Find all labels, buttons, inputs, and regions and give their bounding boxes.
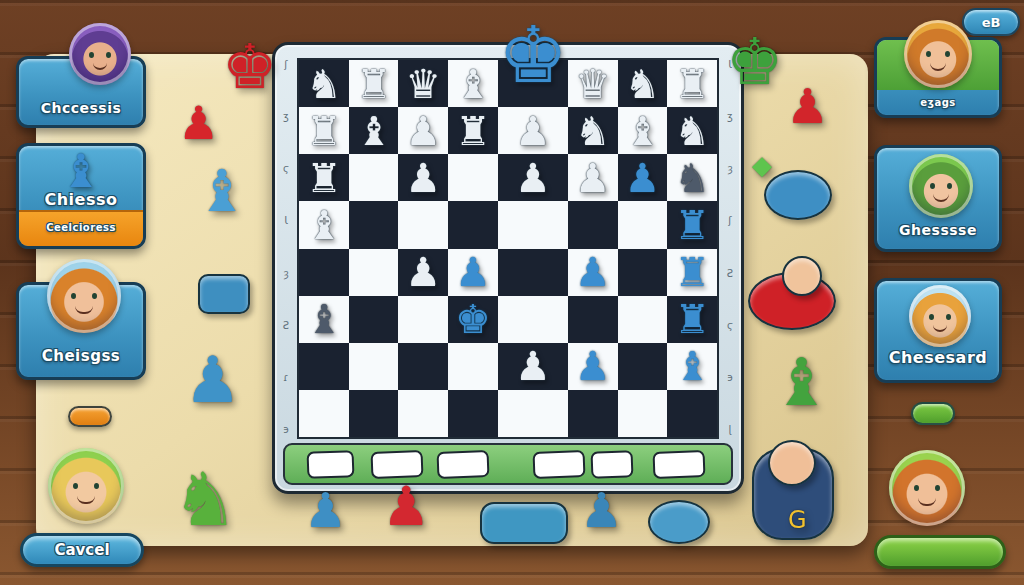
piece-gN-h6: ♞ [674,158,710,198]
square-d5[interactable] [448,201,498,248]
piece-wP-f6: ♟ [575,158,611,198]
navy-face-decor [768,440,816,486]
square-d1[interactable] [448,390,498,437]
avatar-eye [914,485,919,491]
right-card-3-label: Chesesard [877,348,999,367]
square-h5[interactable]: ♜ [667,201,717,248]
square-b1[interactable] [349,390,399,437]
board-grid: ♞♜♛♝♚♛♞♜♜♝♟♜♟♞♝♞♜♟♟♟♟♞♝♜♟♟♟♜♝♚♜♟♟♝ [297,58,719,439]
square-a4[interactable] [299,249,349,296]
piece-wB-g7: ♝ [624,111,660,151]
square-h3[interactable]: ♜ [667,296,717,343]
notation-strip-left: ʃʒϛƖȝƧɾ϶ [276,59,296,435]
piece-wR-a6: ♜ [306,158,342,198]
right-card-1-label: eʒags [877,97,999,108]
left-player-card-2[interactable]: ♝ Chiesso Ceelcioress [16,143,146,249]
square-f5[interactable] [568,201,618,248]
green-strip-blob [653,450,706,479]
green-strip-blob [533,450,586,479]
square-a6[interactable]: ♜ [299,154,349,201]
avatar-smile [77,496,95,504]
piece-uK-d3: ♚ [455,299,491,339]
piece-wP-e7: ♟ [515,111,551,151]
square-h6[interactable]: ♞ [667,154,717,201]
square-f7[interactable]: ♞ [568,107,618,154]
square-f1[interactable] [568,390,618,437]
square-b8[interactable]: ♜ [349,60,399,107]
piece-wN-f7: ♞ [575,111,611,151]
square-e1[interactable] [498,390,568,437]
square-h2[interactable]: ♝ [667,343,717,390]
chess-board: ʃʒϛƖȝƧɾ϶ ƖʒȝʃƧϛ϶ɭ ♞♜♛♝♚♛♞♜♜♝♟♜♟♞♝♞♜♟♟♟♟♞… [272,42,744,494]
piece-wR-d7: ♜ [455,111,491,151]
cancel-button-label: Cavcel [54,541,109,559]
cancel-button[interactable]: Cavcel [20,533,144,567]
blue-cube-decor [198,274,250,314]
square-e8[interactable]: ♚ [498,60,568,107]
avatar-eye [947,183,952,189]
square-e3[interactable] [498,296,568,343]
square-e5[interactable] [498,201,568,248]
square-d8[interactable]: ♝ [448,60,498,107]
right-player-card-2[interactable]: Ghesssse [874,145,1002,252]
square-a2[interactable] [299,343,349,390]
piece-wP-c7: ♟ [405,111,441,151]
avatar-eye [106,52,111,58]
right-card-2-label: Ghesssse [877,222,999,238]
left-card-2-label: Chiesso [19,190,143,209]
square-e6[interactable]: ♟ [498,154,568,201]
square-c5[interactable] [398,201,448,248]
blue-tray-button [480,502,568,544]
avatar-eye [945,51,950,57]
avatar-right-circle[interactable] [889,450,965,526]
square-e4[interactable] [498,249,568,296]
avatar-left-circle[interactable] [48,448,124,524]
piece-uR-h5: ♜ [674,205,710,245]
notation-strip-right: ƖʒȝʃƧϛ϶ɭ [720,59,740,435]
piece-wR-h8: ♜ [674,64,710,104]
square-g6[interactable]: ♟ [618,154,668,201]
avatar-smile [933,194,948,202]
avatar-eye [71,293,76,299]
square-a8[interactable]: ♞ [299,60,349,107]
notation-glyph: ɭ [729,424,732,435]
green-strip-blob [307,450,355,479]
square-g5[interactable] [618,201,668,248]
piece-uR-h3: ♜ [674,299,710,339]
piece-wP-c6: ♟ [405,158,441,198]
piece-wQ-f8: ♛ [575,64,611,104]
avatar-eye [92,293,97,299]
piece-wP-c4: ♟ [405,252,441,292]
notation-glyph: ʃ [728,215,731,226]
square-f2[interactable]: ♟ [568,343,618,390]
left-player-card-1[interactable]: Chccessis [16,56,146,128]
notation-glyph: ɾ [283,372,288,383]
notation-glyph: ʒ [283,111,289,122]
avatar-eye [930,183,935,189]
notation-glyph: Ɩ [284,215,288,226]
piece-wQ-c8: ♛ [405,64,441,104]
avatar-eye [73,483,78,489]
orange-pill-button[interactable] [68,406,112,427]
square-d4[interactable]: ♟ [448,249,498,296]
piece-wP-e6: ♟ [515,158,551,198]
avatar-smile [918,498,936,506]
square-f8[interactable]: ♛ [568,60,618,107]
green-strip-blob [371,450,424,479]
square-d7[interactable]: ♜ [448,107,498,154]
avatar-smile [933,324,948,332]
avatar-smile [75,306,93,314]
square-c8[interactable]: ♛ [398,60,448,107]
left-card-3-label: Cheisgss [19,347,143,365]
avatar-left-1 [69,23,131,85]
square-c1[interactable] [398,390,448,437]
square-b3[interactable] [349,296,399,343]
avatar-smile [930,63,946,71]
piece-wR-b8: ♜ [356,64,392,104]
notation-glyph: ȝ [283,268,288,279]
piece-uR-h4: ♜ [674,252,710,292]
square-b6[interactable] [349,154,399,201]
avatar-smile [93,62,108,70]
green-action-button[interactable] [874,535,1006,569]
piece-wB-d8: ♝ [455,64,491,104]
square-g1[interactable] [618,390,668,437]
notation-glyph: ϛ [727,320,733,331]
square-f3[interactable] [568,296,618,343]
square-d3[interactable]: ♚ [448,296,498,343]
square-h8[interactable]: ♜ [667,60,717,107]
piece-wP-e2: ♟ [515,346,551,386]
square-h1[interactable] [667,390,717,437]
piece-wB-a5: ♝ [306,205,342,245]
avatar-eye [926,51,931,57]
notation-glyph: ϛ [283,163,289,174]
square-e2[interactable]: ♟ [498,343,568,390]
piece-wR-a7: ♜ [306,111,342,151]
notation-glyph: ʒ [727,111,733,122]
square-c4[interactable]: ♟ [398,249,448,296]
notation-glyph: ϶ [727,372,733,383]
avatar-eye [946,314,951,320]
piece-uP-f2: ♟ [575,346,611,386]
square-g8[interactable]: ♞ [618,60,668,107]
avatar-eye [89,52,94,58]
avatar-right-1 [904,20,972,88]
square-b2[interactable] [349,343,399,390]
square-d2[interactable] [448,343,498,390]
square-g7[interactable]: ♝ [618,107,668,154]
square-a3[interactable]: ♝ [299,296,349,343]
piece-uB-h2: ♝ [674,346,710,386]
square-b7[interactable]: ♝ [349,107,399,154]
piece-wN-a8: ♞ [306,64,342,104]
square-c3[interactable] [398,296,448,343]
square-g4[interactable] [618,249,668,296]
square-c6[interactable]: ♟ [398,154,448,201]
square-b5[interactable] [349,201,399,248]
square-c2[interactable] [398,343,448,390]
square-a1[interactable] [299,390,349,437]
notation-glyph: ϶ [283,424,289,435]
left-card-1-label: Chccessis [19,100,143,116]
square-d6[interactable] [448,154,498,201]
square-g2[interactable] [618,343,668,390]
square-a5[interactable]: ♝ [299,201,349,248]
top-right-badge-label: eB [982,15,1001,30]
avatar-right-3 [909,285,971,347]
notation-glyph: Ɩ [728,59,732,70]
square-h7[interactable]: ♞ [667,107,717,154]
avatar-left-3 [47,259,121,333]
piece-wN-g8: ♞ [624,64,660,104]
chess-app-scene: ʃʒϛƖȝƧɾ϶ ƖʒȝʃƧϛ϶ɭ ♞♜♛♝♚♛♞♜♜♝♟♜♟♞♝♞♜♟♟♟♟♞… [0,0,1024,585]
notation-glyph: Ƨ [283,320,289,331]
avatar-right-2 [909,154,973,218]
avatar-eye [929,314,934,320]
square-g3[interactable] [618,296,668,343]
blue-base-tray [648,500,710,544]
square-h4[interactable]: ♜ [667,249,717,296]
left-card-2-sub: Ceelcioress [19,210,143,246]
blue-bishop-icon: ♝ [60,148,101,194]
square-f6[interactable]: ♟ [568,154,618,201]
square-f4[interactable]: ♟ [568,249,618,296]
green-strip-blob [591,450,634,478]
green-strip-blob [437,450,490,479]
piece-wN-h7: ♞ [674,111,710,151]
right-player-card-3[interactable]: Chesesard [874,278,1002,383]
notation-glyph: ȝ [727,163,732,174]
top-right-badge[interactable]: eB [962,8,1020,36]
left-card-2-sublabel: Ceelcioress [19,222,143,233]
piece-uP-d4: ♟ [455,252,491,292]
square-e7[interactable]: ♟ [498,107,568,154]
piece-wB-b7: ♝ [356,111,392,151]
piece-uP-g6: ♟ [624,158,660,198]
notation-glyph: ʃ [284,59,287,70]
left-player-card-3[interactable]: Cheisgss [16,282,146,380]
disc-face-decor [782,256,822,296]
avatar-eye [94,483,99,489]
square-c7[interactable]: ♟ [398,107,448,154]
piece-uK-e8: ♚ [498,16,568,94]
avatar-eye [935,485,940,491]
board-bottom-green-strip [283,443,733,485]
square-a7[interactable]: ♜ [299,107,349,154]
blue-swirl-decor [764,170,832,220]
notation-glyph: Ƨ [727,268,733,279]
piece-uP-f4: ♟ [575,252,611,292]
square-b4[interactable] [349,249,399,296]
piece-gB-a3: ♝ [306,299,342,339]
green-pill-button[interactable] [911,402,955,425]
